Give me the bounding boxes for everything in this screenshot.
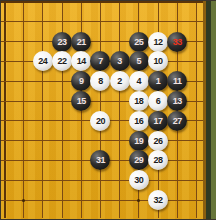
intersection-c1-r10[interactable] xyxy=(0,170,14,190)
black-stone-11: 11 xyxy=(167,71,187,91)
intersection-c9-r2[interactable] xyxy=(148,12,167,32)
intersection-c8-r8[interactable]: 19 xyxy=(129,131,148,151)
intersection-c10-r2[interactable] xyxy=(168,12,187,32)
black-stone-27: 27 xyxy=(167,111,187,131)
intersection-c4-r5[interactable] xyxy=(52,71,71,91)
board-edge-band-3 xyxy=(211,0,216,220)
intersection-c5-r5[interactable]: 9 xyxy=(72,71,91,91)
intersection-c8-r1[interactable] xyxy=(129,0,148,12)
intersection-c6-r4[interactable]: 7 xyxy=(91,52,110,72)
intersection-c1-r9[interactable] xyxy=(0,150,14,170)
intersection-c10-r11[interactable] xyxy=(168,190,187,210)
intersection-c5-r10[interactable] xyxy=(72,170,91,190)
intersection-c10-r3[interactable]: 33 xyxy=(168,32,187,52)
intersection-c4-r2[interactable] xyxy=(52,12,71,32)
intersection-c3-r10[interactable] xyxy=(33,170,52,190)
intersection-c4-r1[interactable] xyxy=(52,0,71,12)
intersection-c2-r7[interactable] xyxy=(14,111,33,131)
intersection-c3-r9[interactable] xyxy=(33,150,52,170)
border-strip-bottom xyxy=(0,219,216,220)
intersection-c2-r5[interactable] xyxy=(14,71,33,91)
white-stone-20: 20 xyxy=(90,111,110,131)
intersection-c8-r4[interactable]: 5 xyxy=(129,52,148,72)
intersection-c3-r11[interactable] xyxy=(33,190,52,210)
intersection-c2-r1[interactable] xyxy=(14,0,33,12)
intersection-c10-r4[interactable] xyxy=(168,52,187,72)
intersection-c7-r2[interactable] xyxy=(110,12,129,32)
intersection-c3-r5[interactable] xyxy=(33,71,52,91)
intersection-c2-r10[interactable] xyxy=(14,170,33,190)
border-strip-top xyxy=(0,0,216,1)
intersection-c2-r9[interactable] xyxy=(14,150,33,170)
black-stone-19: 19 xyxy=(129,131,149,151)
white-stone-16: 16 xyxy=(129,111,149,131)
intersection-c8-r6[interactable]: 18 xyxy=(129,91,148,111)
intersection-c8-r10[interactable]: 30 xyxy=(129,170,148,190)
intersection-c3-r8[interactable] xyxy=(33,131,52,151)
intersection-c3-r3[interactable] xyxy=(33,32,52,52)
intersection-c7-r6[interactable] xyxy=(110,91,129,111)
intersection-c2-r11[interactable] xyxy=(14,190,33,210)
intersection-c3-r6[interactable] xyxy=(33,91,52,111)
white-stone-22: 22 xyxy=(52,51,72,71)
white-stone-30: 30 xyxy=(129,170,149,190)
intersection-c7-r3[interactable] xyxy=(110,32,129,52)
intersection-c1-r4[interactable] xyxy=(0,52,14,72)
white-stone-10: 10 xyxy=(148,51,168,71)
black-stone-15: 15 xyxy=(71,91,91,111)
intersection-c2-r4[interactable] xyxy=(14,52,33,72)
intersection-c6-r11[interactable] xyxy=(91,190,110,210)
black-stone-3: 3 xyxy=(110,51,130,71)
intersection-c7-r10[interactable] xyxy=(110,170,129,190)
intersection-c8-r2[interactable] xyxy=(129,12,148,32)
intersection-c4-r3[interactable]: 23 xyxy=(52,32,71,52)
intersection-c6-r9[interactable]: 31 xyxy=(91,150,110,170)
black-stone-5: 5 xyxy=(129,51,149,71)
intersection-c1-r7[interactable] xyxy=(0,111,14,131)
black-stone-29: 29 xyxy=(129,150,149,170)
black-stone-21: 21 xyxy=(71,32,91,52)
intersection-c2-r3[interactable] xyxy=(14,32,33,52)
intersection-c2-r8[interactable] xyxy=(14,131,33,151)
black-stone-23: 23 xyxy=(52,32,72,52)
intersection-c10-r7[interactable]: 27 xyxy=(168,111,187,131)
intersection-c4-r11[interactable] xyxy=(52,190,71,210)
intersection-c5-r1[interactable] xyxy=(72,0,91,12)
intersection-c2-r6[interactable] xyxy=(14,91,33,111)
intersection-c6-r8[interactable] xyxy=(91,131,110,151)
intersection-c3-r2[interactable] xyxy=(33,12,52,32)
intersection-c9-r6[interactable]: 6 xyxy=(148,91,167,111)
black-stone-7: 7 xyxy=(90,51,110,71)
intersection-c8-r5[interactable]: 4 xyxy=(129,71,148,91)
intersection-c7-r4[interactable]: 3 xyxy=(110,52,129,72)
intersection-c4-r9[interactable] xyxy=(52,150,71,170)
white-stone-32: 32 xyxy=(148,190,168,210)
intersection-c9-r1[interactable] xyxy=(148,0,167,12)
intersection-c1-r3[interactable] xyxy=(0,32,14,52)
white-stone-14: 14 xyxy=(71,51,91,71)
white-stone-24: 24 xyxy=(33,51,53,71)
intersection-c7-r8[interactable] xyxy=(110,131,129,151)
intersection-c7-r9[interactable] xyxy=(110,150,129,170)
white-stone-8: 8 xyxy=(90,71,110,91)
intersection-c3-r4[interactable]: 24 xyxy=(33,52,52,72)
intersection-c8-r7[interactable]: 16 xyxy=(129,111,148,131)
intersection-c6-r6[interactable] xyxy=(91,91,110,111)
intersection-c8-r3[interactable]: 25 xyxy=(129,32,148,52)
white-stone-26: 26 xyxy=(148,131,168,151)
intersection-c10-r6[interactable]: 13 xyxy=(168,91,187,111)
intersection-c5-r2[interactable] xyxy=(72,12,91,32)
intersection-c4-r6[interactable] xyxy=(52,91,71,111)
intersection-c4-r7[interactable] xyxy=(52,111,71,131)
intersection-c1-r5[interactable] xyxy=(0,71,14,91)
intersection-c1-r2[interactable] xyxy=(0,12,14,32)
intersection-c9-r5[interactable]: 1 xyxy=(148,71,167,91)
intersection-c6-r5[interactable]: 8 xyxy=(91,71,110,91)
black-stone-9: 9 xyxy=(71,71,91,91)
intersection-c6-r10[interactable] xyxy=(91,170,110,190)
white-stone-6: 6 xyxy=(148,91,168,111)
intersection-c4-r4[interactable]: 22 xyxy=(52,52,71,72)
intersection-c5-r6[interactable]: 15 xyxy=(72,91,91,111)
intersection-c1-r6[interactable] xyxy=(0,91,14,111)
intersection-c5-r3[interactable]: 21 xyxy=(72,32,91,52)
board-intersections-grid[interactable]: 2321251233242214735109824111151861320161… xyxy=(0,0,206,220)
white-stone-4: 4 xyxy=(129,71,149,91)
black-stone-1: 1 xyxy=(148,71,168,91)
intersection-c6-r3[interactable] xyxy=(91,32,110,52)
intersection-c2-r2[interactable] xyxy=(14,12,33,32)
intersection-c9-r4[interactable]: 10 xyxy=(148,52,167,72)
intersection-c9-r11[interactable]: 32 xyxy=(148,190,167,210)
intersection-c1-r11[interactable] xyxy=(0,190,14,210)
intersection-c10-r8[interactable] xyxy=(168,131,187,151)
border-strip-left xyxy=(0,0,1,220)
intersection-c9-r9[interactable]: 28 xyxy=(148,150,167,170)
intersection-c10-r1[interactable] xyxy=(168,0,187,12)
white-stone-28: 28 xyxy=(148,150,168,170)
intersection-c5-r8[interactable] xyxy=(72,131,91,151)
intersection-c6-r7[interactable]: 20 xyxy=(91,111,110,131)
intersection-c3-r7[interactable] xyxy=(33,111,52,131)
intersection-c6-r2[interactable] xyxy=(91,12,110,32)
intersection-c10-r10[interactable] xyxy=(168,170,187,190)
intersection-c7-r11[interactable] xyxy=(110,190,129,210)
intersection-c9-r7[interactable]: 17 xyxy=(148,111,167,131)
intersection-c10-r5[interactable]: 11 xyxy=(168,71,187,91)
intersection-c10-r9[interactable] xyxy=(168,150,187,170)
intersection-c7-r7[interactable] xyxy=(110,111,129,131)
black-stone-13: 13 xyxy=(167,91,187,111)
intersection-c5-r11[interactable] xyxy=(72,190,91,210)
intersection-c1-r8[interactable] xyxy=(0,131,14,151)
black-stone-17: 17 xyxy=(148,111,168,131)
intersection-c4-r8[interactable] xyxy=(52,131,71,151)
white-stone-2: 2 xyxy=(110,71,130,91)
white-stone-18: 18 xyxy=(129,91,149,111)
intersection-c9-r3[interactable]: 12 xyxy=(148,32,167,52)
intersection-c9-r8[interactable]: 26 xyxy=(148,131,167,151)
intersection-c8-r9[interactable]: 29 xyxy=(129,150,148,170)
intersection-c5-r4[interactable]: 14 xyxy=(72,52,91,72)
black-stone-31: 31 xyxy=(90,150,110,170)
intersection-c5-r7[interactable] xyxy=(72,111,91,131)
last-move-black-stone-33: 33 xyxy=(167,32,187,52)
intersection-c7-r1[interactable] xyxy=(110,0,129,12)
intersection-c4-r10[interactable] xyxy=(52,170,71,190)
intersection-c3-r1[interactable] xyxy=(33,0,52,12)
white-stone-12: 12 xyxy=(148,32,168,52)
intersection-c7-r5[interactable]: 2 xyxy=(110,71,129,91)
intersection-c9-r10[interactable] xyxy=(148,170,167,190)
intersection-c1-r1[interactable] xyxy=(0,0,14,12)
black-stone-25: 25 xyxy=(129,32,149,52)
go-board-diagram: 2321251233242214735109824111151861320161… xyxy=(0,0,216,220)
intersection-c8-r11[interactable] xyxy=(129,190,148,210)
intersection-c5-r9[interactable] xyxy=(72,150,91,170)
intersection-c6-r1[interactable] xyxy=(91,0,110,12)
